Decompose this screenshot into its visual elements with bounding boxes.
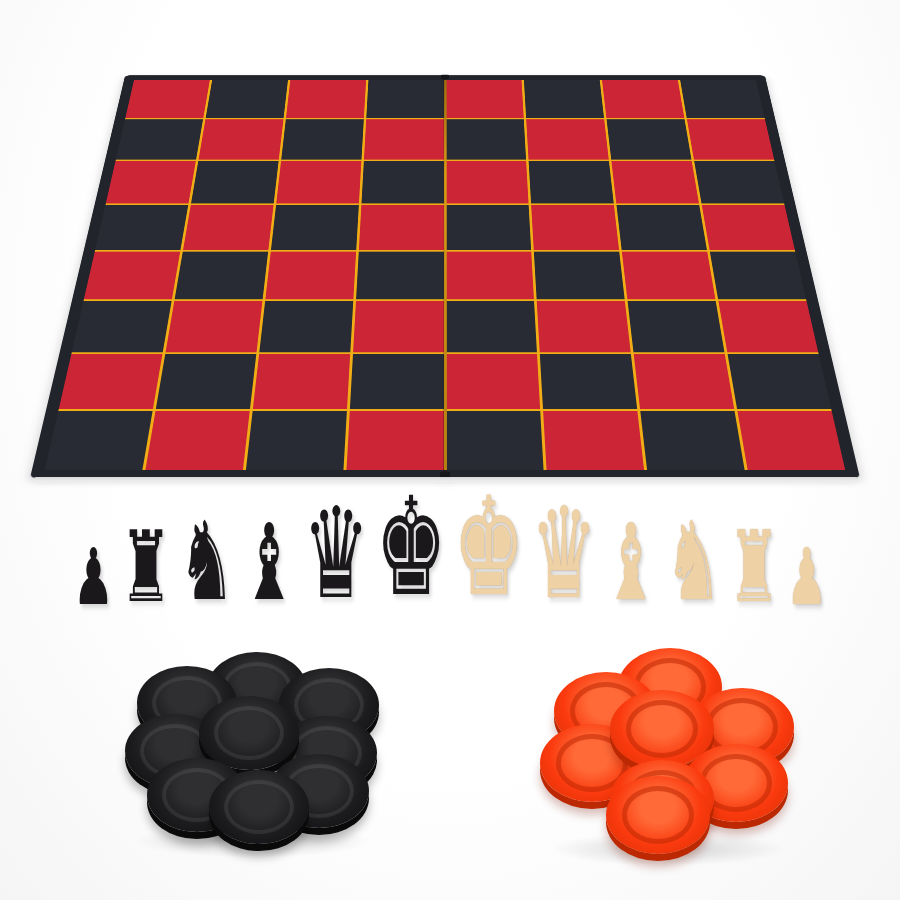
board-square-red: [125, 80, 209, 118]
chess-piece-black-queen: ♛: [303, 490, 369, 616]
board-square-black: [446, 411, 543, 470]
board-square-black: [617, 205, 707, 250]
board-square-black: [366, 80, 444, 118]
board-square-red: [612, 161, 700, 204]
board-square-red: [359, 205, 444, 250]
board-square-red: [622, 251, 716, 299]
black-checker-piece: [209, 770, 309, 844]
board-square-black: [116, 119, 203, 159]
board-square-black: [607, 119, 692, 159]
board-square-red: [353, 301, 444, 352]
board-square-red: [198, 119, 283, 159]
chess-piece-white-rook: ♜: [728, 517, 780, 616]
chess-piece-white-king: ♚: [453, 480, 525, 616]
board-square-black: [710, 251, 806, 299]
board-black-edge: [30, 75, 860, 478]
board-square-black: [246, 411, 347, 470]
chess-piece-black-knight: ♞: [178, 507, 235, 616]
board-square-red: [183, 205, 273, 250]
chess-piece-black-king: ♚: [375, 480, 447, 616]
board-square-red: [276, 161, 361, 204]
board-square-black: [524, 80, 604, 118]
board-grid: [45, 80, 845, 470]
board-square-black: [529, 161, 614, 204]
board-square-red: [364, 119, 444, 159]
chess-piece-black-bishop: ♝: [241, 511, 297, 616]
board-square-red: [531, 205, 619, 250]
board-square-black: [259, 301, 353, 352]
board-square-black: [281, 119, 363, 159]
board-square-red: [446, 80, 524, 118]
checkerboard: [30, 75, 860, 478]
red-checker-piece: [606, 776, 710, 854]
board-square-black: [206, 80, 288, 118]
fold-notch-top: [441, 75, 449, 79]
board-square-red: [84, 251, 180, 299]
board-square-black: [361, 161, 444, 204]
board-square-black: [694, 161, 784, 204]
board-square-red: [253, 354, 350, 409]
board-square-red: [537, 301, 631, 352]
board-square-red: [634, 354, 734, 409]
board-square-black: [271, 205, 359, 250]
board-square-black: [628, 301, 725, 352]
chess-piece-white-bishop: ♝: [603, 511, 659, 616]
board-square-black: [45, 411, 153, 470]
yellow-inner-band: [64, 87, 826, 460]
board-square-black: [540, 354, 637, 409]
chess-pieces-row: ♟♜♞♝♛♚♚♛♝♞♜♟: [0, 495, 900, 616]
board-square-red: [145, 411, 249, 470]
board-square-red: [719, 301, 819, 352]
board-square-black: [680, 80, 764, 118]
board-square-red: [286, 80, 366, 118]
chess-piece-white-pawn: ♟: [786, 538, 827, 616]
board-square-red: [446, 354, 540, 409]
board-square-red: [446, 161, 529, 204]
board-square-black: [350, 354, 444, 409]
chess-piece-black-pawn: ♟: [73, 538, 114, 616]
red-checkers-stack: [540, 648, 796, 854]
chess-piece-black-rook: ♜: [120, 517, 172, 616]
board-fold-line: [443, 75, 447, 478]
board-square-red: [687, 119, 774, 159]
board-square-black: [446, 301, 537, 352]
board-square-red: [602, 80, 684, 118]
board-square-red: [165, 301, 262, 352]
chess-piece-white-queen: ♛: [531, 490, 597, 616]
board-square-red: [265, 251, 356, 299]
board-square-red: [446, 251, 534, 299]
board-square-black: [191, 161, 279, 204]
chess-piece-white-knight: ♞: [665, 507, 722, 616]
board-square-black: [446, 119, 526, 159]
board-square-black: [174, 251, 268, 299]
ornate-border-band: [51, 82, 840, 467]
board-square-black: [640, 411, 744, 470]
board-square-red: [702, 205, 795, 250]
black-checker-piece: [199, 696, 299, 770]
board-square-red: [106, 161, 196, 204]
board-square-black: [156, 354, 256, 409]
board-square-red: [346, 411, 443, 470]
board-square-red: [738, 411, 846, 470]
board-square-red: [59, 354, 163, 409]
board-square-black: [728, 354, 832, 409]
product-photo-stage: ♟♜♞♝♛♚♚♛♝♞♜♟: [0, 0, 900, 900]
board-square-black: [356, 251, 444, 299]
board-square-black: [446, 205, 531, 250]
board-square-red: [543, 411, 644, 470]
board-square-red: [526, 119, 608, 159]
black-checkers-stack: [125, 650, 381, 846]
board-square-black: [72, 301, 172, 352]
board-square-black: [95, 205, 188, 250]
board-square-black: [534, 251, 625, 299]
